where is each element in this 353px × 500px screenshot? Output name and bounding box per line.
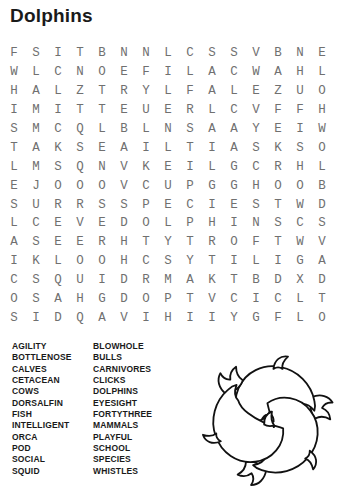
- grid-cell-r3c12: E: [245, 82, 267, 101]
- grid-cell-r5c2: M: [25, 120, 47, 139]
- grid-cell-r7c7: K: [135, 157, 157, 176]
- grid-cell-r4c8: E: [157, 101, 179, 120]
- grid-cell-r15c9: I: [179, 308, 201, 327]
- grid-cell-r4c5: T: [91, 101, 113, 120]
- grid-cell-r6c8: L: [157, 138, 179, 157]
- grid-cell-r1c4: T: [69, 44, 91, 63]
- grid-cell-r1c13: B: [267, 44, 289, 63]
- grid-cell-r11c11: O: [223, 233, 245, 252]
- grid-cell-r14c5: G: [91, 290, 113, 309]
- grid-cell-r12c14: G: [289, 252, 311, 271]
- grid-cell-r7c3: S: [47, 157, 69, 176]
- grid-cell-r6c12: S: [245, 138, 267, 157]
- grid-cell-r4c14: F: [289, 101, 311, 120]
- word-search-grid: FSITBNNLCSSVBNEWLCNOEFILACWAHLHALZTRYLFA…: [3, 44, 333, 327]
- grid-cell-r12c7: C: [135, 252, 157, 271]
- grid-cell-r10c15: S: [311, 214, 333, 233]
- word-item: CLICKS: [93, 375, 152, 386]
- grid-cell-r13c11: T: [223, 271, 245, 290]
- word-item: CETACEAN: [12, 375, 93, 386]
- grid-cell-r7c12: C: [245, 157, 267, 176]
- grid-cell-r13c3: Q: [47, 271, 69, 290]
- grid-cell-r1c2: S: [25, 44, 47, 63]
- grid-cell-r4c7: U: [135, 101, 157, 120]
- grid-cell-r9c3: R: [47, 195, 69, 214]
- word-list-column-2: BLOWHOLEBULLSCARNIVORESCLICKSDOLPHINSEYE…: [93, 341, 152, 477]
- word-search-worksheet: Dolphins FSITBNNLCSSVBNEWLCNOEFILACWAHLH…: [0, 0, 353, 500]
- grid-cell-r4c6: E: [113, 101, 135, 120]
- grid-cell-r3c2: A: [25, 82, 47, 101]
- grid-cell-r9c11: E: [223, 195, 245, 214]
- grid-cell-r12c8: S: [157, 252, 179, 271]
- grid-cell-r11c7: T: [135, 233, 157, 252]
- grid-cell-r10c10: H: [201, 214, 223, 233]
- grid-cell-r6c6: A: [113, 138, 135, 157]
- grid-cell-r5c8: N: [157, 120, 179, 139]
- grid-cell-r3c13: Z: [267, 82, 289, 101]
- grid-cell-r5c11: A: [223, 120, 245, 139]
- grid-cell-r2c14: H: [289, 63, 311, 82]
- grid-cell-r7c10: L: [201, 157, 223, 176]
- grid-cell-r12c12: L: [245, 252, 267, 271]
- grid-cell-r3c3: L: [47, 82, 69, 101]
- grid-cell-r13c7: R: [135, 271, 157, 290]
- grid-cell-r14c11: C: [223, 290, 245, 309]
- word-item: CALVES: [12, 364, 93, 375]
- grid-cell-r14c12: I: [245, 290, 267, 309]
- word-item: ORCA: [12, 432, 93, 443]
- grid-cell-r7c15: L: [311, 157, 333, 176]
- grid-cell-r13c5: I: [91, 271, 113, 290]
- grid-cell-r3c9: F: [179, 82, 201, 101]
- grid-cell-r2c4: N: [69, 63, 91, 82]
- grid-cell-r4c2: M: [25, 101, 47, 120]
- grid-cell-r9c6: S: [113, 195, 135, 214]
- grid-cell-r1c14: N: [289, 44, 311, 63]
- grid-cell-r6c5: E: [91, 138, 113, 157]
- grid-cell-r1c5: B: [91, 44, 113, 63]
- grid-cell-r6c7: I: [135, 138, 157, 157]
- grid-cell-r3c4: Z: [69, 82, 91, 101]
- grid-cell-r15c11: Y: [223, 308, 245, 327]
- grid-cell-r10c5: E: [91, 214, 113, 233]
- word-item: COWS: [12, 386, 93, 397]
- word-item: SQUID: [12, 466, 93, 477]
- grid-cell-r8c3: O: [47, 176, 69, 195]
- grid-cell-r13c14: X: [289, 271, 311, 290]
- grid-cell-r8c6: V: [113, 176, 135, 195]
- grid-cell-r14c8: P: [157, 290, 179, 309]
- grid-cell-r13c1: C: [3, 271, 25, 290]
- grid-cell-r7c6: V: [113, 157, 135, 176]
- grid-cell-r5c5: L: [91, 120, 113, 139]
- grid-cell-r1c7: N: [135, 44, 157, 63]
- grid-cell-r12c5: O: [91, 252, 113, 271]
- grid-cell-r8c9: P: [179, 176, 201, 195]
- grid-cell-r11c10: R: [201, 233, 223, 252]
- grid-cell-r3c8: L: [157, 82, 179, 101]
- grid-cell-r8c1: E: [3, 176, 25, 195]
- grid-cell-r13c13: D: [267, 271, 289, 290]
- grid-cell-r3c10: A: [201, 82, 223, 101]
- grid-cell-r7c2: M: [25, 157, 47, 176]
- word-item: DORSALFIN: [12, 398, 93, 409]
- grid-cell-r1c9: C: [179, 44, 201, 63]
- word-item: POD: [12, 443, 93, 454]
- grid-cell-r5c9: S: [179, 120, 201, 139]
- grid-cell-r14c6: D: [113, 290, 135, 309]
- grid-cell-r6c15: O: [311, 138, 333, 157]
- grid-cell-r5c15: W: [311, 120, 333, 139]
- word-item: DOLPHINS: [93, 386, 152, 397]
- grid-cell-r13c10: K: [201, 271, 223, 290]
- grid-cell-r3c7: Y: [135, 82, 157, 101]
- grid-cell-r5c13: E: [267, 120, 289, 139]
- grid-cell-r3c15: O: [311, 82, 333, 101]
- grid-cell-r15c10: I: [201, 308, 223, 327]
- word-item: AGILITY: [12, 341, 93, 352]
- grid-cell-r6c4: S: [69, 138, 91, 157]
- grid-cell-r8c13: O: [267, 176, 289, 195]
- grid-cell-r3c11: L: [223, 82, 245, 101]
- grid-cell-r10c12: N: [245, 214, 267, 233]
- page-title: Dolphins: [10, 5, 93, 27]
- grid-cell-r2c2: L: [25, 63, 47, 82]
- grid-cell-r14c13: C: [267, 290, 289, 309]
- grid-cell-r8c11: G: [223, 176, 245, 195]
- grid-cell-r4c3: I: [47, 101, 69, 120]
- grid-cell-r4c12: V: [245, 101, 267, 120]
- grid-cell-r11c5: R: [91, 233, 113, 252]
- grid-cell-r15c12: G: [245, 308, 267, 327]
- grid-cell-r5c1: S: [3, 120, 25, 139]
- grid-cell-r11c8: Y: [157, 233, 179, 252]
- grid-cell-r6c9: T: [179, 138, 201, 157]
- word-list-column-1: AGILITYBOTTLENOSECALVESCETACEANCOWSDORSA…: [12, 341, 93, 477]
- word-item: MAMMALS: [93, 420, 152, 431]
- grid-cell-r6c10: I: [201, 138, 223, 157]
- grid-cell-r9c9: C: [179, 195, 201, 214]
- grid-cell-r14c1: O: [3, 290, 25, 309]
- grid-cell-r10c2: C: [25, 214, 47, 233]
- grid-cell-r12c3: L: [47, 252, 69, 271]
- grid-cell-r10c14: C: [289, 214, 311, 233]
- grid-cell-r15c2: I: [25, 308, 47, 327]
- grid-cell-r2c5: O: [91, 63, 113, 82]
- dolphins-illustration: [186, 343, 350, 493]
- grid-cell-r14c2: S: [25, 290, 47, 309]
- grid-cell-r9c1: S: [3, 195, 25, 214]
- grid-cell-r11c6: H: [113, 233, 135, 252]
- word-item: SPECIES: [93, 454, 152, 465]
- grid-cell-r14c9: T: [179, 290, 201, 309]
- grid-cell-r8c8: U: [157, 176, 179, 195]
- grid-cell-r11c3: E: [47, 233, 69, 252]
- grid-cell-r10c6: D: [113, 214, 135, 233]
- word-item: SCHOOL: [93, 443, 152, 454]
- grid-cell-r9c8: E: [157, 195, 179, 214]
- grid-cell-r5c6: B: [113, 120, 135, 139]
- grid-cell-r4c9: R: [179, 101, 201, 120]
- word-item: FISH: [12, 409, 93, 420]
- grid-cell-r12c4: O: [69, 252, 91, 271]
- grid-cell-r4c4: T: [69, 101, 91, 120]
- grid-cell-r11c9: T: [179, 233, 201, 252]
- grid-cell-r5c12: Y: [245, 120, 267, 139]
- grid-cell-r12c6: H: [113, 252, 135, 271]
- grid-cell-r1c1: F: [3, 44, 25, 63]
- grid-cell-r7c1: L: [3, 157, 25, 176]
- grid-cell-r4c1: I: [3, 101, 25, 120]
- grid-cell-r2c1: W: [3, 63, 25, 82]
- grid-cell-r14c10: V: [201, 290, 223, 309]
- grid-cell-r2c3: C: [47, 63, 69, 82]
- grid-cell-r2c13: A: [267, 63, 289, 82]
- word-item: BOTTLENOSE: [12, 352, 93, 363]
- grid-cell-r3c5: T: [91, 82, 113, 101]
- grid-cell-r15c7: I: [135, 308, 157, 327]
- grid-cell-r6c1: T: [3, 138, 25, 157]
- grid-cell-r11c4: E: [69, 233, 91, 252]
- word-item: EYESIGHT: [93, 398, 152, 409]
- word-item: BULLS: [93, 352, 152, 363]
- grid-cell-r14c4: H: [69, 290, 91, 309]
- grid-cell-r5c4: Q: [69, 120, 91, 139]
- grid-cell-r1c15: E: [311, 44, 333, 63]
- grid-cell-r7c14: H: [289, 157, 311, 176]
- grid-cell-r14c15: T: [311, 290, 333, 309]
- grid-cell-r4c15: H: [311, 101, 333, 120]
- grid-cell-r6c2: A: [25, 138, 47, 157]
- grid-cell-r10c1: L: [3, 214, 25, 233]
- grid-cell-r14c14: L: [289, 290, 311, 309]
- grid-cell-r6c14: S: [289, 138, 311, 157]
- grid-cell-r15c8: H: [157, 308, 179, 327]
- word-item: CARNIVORES: [93, 364, 152, 375]
- grid-cell-r5c10: A: [201, 120, 223, 139]
- grid-cell-r1c6: N: [113, 44, 135, 63]
- grid-cell-r15c5: A: [91, 308, 113, 327]
- grid-cell-r3c14: U: [289, 82, 311, 101]
- grid-cell-r12c9: Y: [179, 252, 201, 271]
- grid-cell-r7c9: I: [179, 157, 201, 176]
- grid-cell-r10c7: O: [135, 214, 157, 233]
- grid-cell-r15c13: F: [267, 308, 289, 327]
- grid-cell-r4c10: L: [201, 101, 223, 120]
- grid-cell-r1c11: S: [223, 44, 245, 63]
- grid-cell-r9c14: W: [289, 195, 311, 214]
- grid-cell-r2c12: W: [245, 63, 267, 82]
- grid-cell-r1c3: I: [47, 44, 69, 63]
- grid-cell-r13c8: M: [157, 271, 179, 290]
- grid-cell-r13c4: U: [69, 271, 91, 290]
- grid-cell-r1c10: S: [201, 44, 223, 63]
- grid-cell-r11c15: V: [311, 233, 333, 252]
- grid-cell-r10c3: E: [47, 214, 69, 233]
- grid-cell-r9c10: I: [201, 195, 223, 214]
- grid-cell-r7c4: Q: [69, 157, 91, 176]
- word-item: INTELLIGENT: [12, 420, 93, 431]
- grid-cell-r2c7: F: [135, 63, 157, 82]
- grid-cell-r9c5: S: [91, 195, 113, 214]
- grid-cell-r2c11: C: [223, 63, 245, 82]
- grid-cell-r8c5: O: [91, 176, 113, 195]
- grid-cell-r6c3: K: [47, 138, 69, 157]
- grid-cell-r2c6: E: [113, 63, 135, 82]
- word-item: WHISTLES: [93, 466, 152, 477]
- grid-cell-r12c1: I: [3, 252, 25, 271]
- grid-cell-r8c12: H: [245, 176, 267, 195]
- grid-cell-r12c10: T: [201, 252, 223, 271]
- grid-cell-r15c14: L: [289, 308, 311, 327]
- grid-cell-r12c13: I: [267, 252, 289, 271]
- grid-cell-r8c2: J: [25, 176, 47, 195]
- grid-cell-r2c9: L: [179, 63, 201, 82]
- grid-cell-r10c4: V: [69, 214, 91, 233]
- grid-cell-r11c13: T: [267, 233, 289, 252]
- grid-cell-r3c1: H: [3, 82, 25, 101]
- grid-cell-r13c2: S: [25, 271, 47, 290]
- grid-cell-r4c11: C: [223, 101, 245, 120]
- grid-cell-r10c13: S: [267, 214, 289, 233]
- grid-cell-r8c10: G: [201, 176, 223, 195]
- grid-cell-r9c15: D: [311, 195, 333, 214]
- grid-cell-r7c11: G: [223, 157, 245, 176]
- grid-cell-r11c1: A: [3, 233, 25, 252]
- grid-cell-r1c12: V: [245, 44, 267, 63]
- grid-cell-r14c7: O: [135, 290, 157, 309]
- grid-cell-r1c8: L: [157, 44, 179, 63]
- grid-cell-r5c3: C: [47, 120, 69, 139]
- grid-cell-r15c4: Q: [69, 308, 91, 327]
- grid-cell-r9c7: P: [135, 195, 157, 214]
- grid-cell-r12c11: I: [223, 252, 245, 271]
- grid-cell-r10c11: I: [223, 214, 245, 233]
- grid-cell-r6c13: K: [267, 138, 289, 157]
- grid-cell-r7c5: N: [91, 157, 113, 176]
- grid-cell-r10c8: L: [157, 214, 179, 233]
- word-item: PLAYFUL: [93, 432, 152, 443]
- grid-cell-r11c14: W: [289, 233, 311, 252]
- grid-cell-r6c11: A: [223, 138, 245, 157]
- word-item: FORTYTHREE: [93, 409, 152, 420]
- grid-cell-r15c3: D: [47, 308, 69, 327]
- grid-cell-r12c2: K: [25, 252, 47, 271]
- grid-cell-r15c15: O: [311, 308, 333, 327]
- grid-cell-r5c7: L: [135, 120, 157, 139]
- grid-cell-r9c2: U: [25, 195, 47, 214]
- grid-cell-r9c12: S: [245, 195, 267, 214]
- grid-cell-r12c15: A: [311, 252, 333, 271]
- grid-cell-r4c13: F: [267, 101, 289, 120]
- grid-cell-r8c15: B: [311, 176, 333, 195]
- grid-cell-r5c14: I: [289, 120, 311, 139]
- grid-cell-r3c6: R: [113, 82, 135, 101]
- grid-cell-r8c14: O: [289, 176, 311, 195]
- grid-cell-r7c8: E: [157, 157, 179, 176]
- grid-cell-r9c13: T: [267, 195, 289, 214]
- grid-cell-r8c4: O: [69, 176, 91, 195]
- grid-cell-r8c7: C: [135, 176, 157, 195]
- grid-cell-r15c1: S: [3, 308, 25, 327]
- grid-cell-r13c15: D: [311, 271, 333, 290]
- word-item: BLOWHOLE: [93, 341, 152, 352]
- grid-cell-r2c15: L: [311, 63, 333, 82]
- three-dolphins-circle-icon: [186, 343, 350, 493]
- word-list: AGILITYBOTTLENOSECALVESCETACEANCOWSDORSA…: [12, 341, 152, 477]
- grid-cell-r14c3: A: [47, 290, 69, 309]
- grid-cell-r15c6: V: [113, 308, 135, 327]
- grid-cell-r2c10: A: [201, 63, 223, 82]
- grid-cell-r10c9: P: [179, 214, 201, 233]
- grid-cell-r2c8: I: [157, 63, 179, 82]
- grid-cell-r11c2: S: [25, 233, 47, 252]
- grid-cell-r13c9: A: [179, 271, 201, 290]
- grid-cell-r7c13: R: [267, 157, 289, 176]
- grid-cell-r13c6: D: [113, 271, 135, 290]
- grid-cell-r11c12: F: [245, 233, 267, 252]
- grid-cell-r9c4: R: [69, 195, 91, 214]
- grid-cell-r13c12: B: [245, 271, 267, 290]
- word-item: SOCIAL: [12, 454, 93, 465]
